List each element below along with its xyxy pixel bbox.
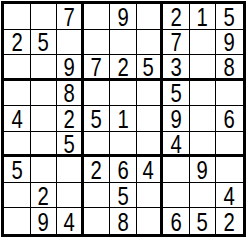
cell-r3c8[interactable]: [190, 55, 217, 81]
cell-r3c1[interactable]: [4, 55, 31, 81]
cell-r9c2[interactable]: 9: [31, 208, 58, 234]
cell-r6c3[interactable]: 5: [57, 132, 84, 158]
given-digit: 9: [170, 106, 181, 132]
cell-r2c1[interactable]: 2: [4, 30, 31, 56]
cell-r3c7[interactable]: 3: [163, 55, 190, 81]
cell-r2c2[interactable]: 5: [31, 30, 58, 56]
cell-r6c2[interactable]: [31, 132, 58, 158]
cell-r7c5[interactable]: 6: [110, 157, 137, 183]
given-digit: 2: [91, 157, 102, 183]
cell-r8c5[interactable]: 5: [110, 183, 137, 209]
cell-r9c7[interactable]: 6: [163, 208, 190, 234]
cell-r1c6[interactable]: [137, 4, 164, 30]
given-digit: 4: [11, 106, 22, 132]
given-digit: 2: [11, 30, 22, 56]
given-digit: 3: [170, 55, 181, 80]
given-digit: 5: [143, 55, 154, 80]
cell-r4c8[interactable]: [190, 81, 217, 107]
given-digit: 2: [63, 106, 74, 132]
given-digit: 6: [170, 208, 181, 234]
cell-r2c6[interactable]: [137, 30, 164, 56]
given-digit: 5: [11, 157, 22, 183]
given-digit: 7: [63, 4, 74, 30]
given-digit: 2: [117, 55, 128, 80]
cell-r7c7[interactable]: [163, 157, 190, 183]
given-digit: 5: [117, 183, 128, 209]
cell-r1c5[interactable]: 9: [110, 4, 137, 30]
cell-r4c4[interactable]: [84, 81, 111, 107]
cell-r3c3[interactable]: 9: [57, 55, 84, 81]
given-digit: 5: [91, 106, 102, 132]
cell-r8c4[interactable]: [84, 183, 111, 209]
given-digit: 4: [63, 208, 74, 234]
given-digit: 8: [224, 55, 235, 80]
cell-r3c2[interactable]: [31, 55, 58, 81]
given-digit: 1: [117, 106, 128, 132]
cell-r1c7[interactable]: 2: [163, 4, 190, 30]
cell-r8c1[interactable]: [4, 183, 31, 209]
cell-r8c9[interactable]: 4: [216, 183, 243, 209]
cell-r7c2[interactable]: [31, 157, 58, 183]
cell-r9c3[interactable]: 4: [57, 208, 84, 234]
given-digit: 7: [91, 55, 102, 80]
given-digit: 9: [224, 30, 235, 56]
cell-r1c2[interactable]: [31, 4, 58, 30]
cell-r1c1[interactable]: [4, 4, 31, 30]
given-digit: 9: [38, 208, 49, 234]
cell-r4c5[interactable]: [110, 81, 137, 107]
cell-r5c4[interactable]: 5: [84, 106, 111, 132]
cell-r4c1[interactable]: [4, 81, 31, 107]
given-digit: 6: [117, 157, 128, 183]
cell-r7c6[interactable]: 4: [137, 157, 164, 183]
cell-r3c9[interactable]: 8: [216, 55, 243, 81]
cell-r4c2[interactable]: [31, 81, 58, 107]
cell-r5c8[interactable]: [190, 106, 217, 132]
cell-r2c5[interactable]: [110, 30, 137, 56]
cell-r1c4[interactable]: [84, 4, 111, 30]
given-digit: 9: [63, 55, 74, 80]
given-digit: 9: [197, 157, 208, 183]
given-digit: 8: [117, 208, 128, 234]
cell-r2c4[interactable]: [84, 30, 111, 56]
cell-r5c1[interactable]: 4: [4, 106, 31, 132]
given-digit: 5: [197, 208, 208, 234]
cell-r5c7[interactable]: 9: [163, 106, 190, 132]
given-digit: 1: [197, 4, 208, 30]
given-digit: 5: [38, 30, 49, 56]
cell-r6c9[interactable]: [216, 132, 243, 158]
given-digit: 4: [224, 183, 235, 209]
cell-r8c3[interactable]: [57, 183, 84, 209]
cell-r5c3[interactable]: 2: [57, 106, 84, 132]
cell-r9c1[interactable]: [4, 208, 31, 234]
cell-r6c4[interactable]: [84, 132, 111, 158]
given-digit: 2: [38, 183, 49, 209]
given-digit: 4: [143, 157, 154, 183]
cell-r5c6[interactable]: [137, 106, 164, 132]
cell-r7c9[interactable]: [216, 157, 243, 183]
cell-r8c2[interactable]: 2: [31, 183, 58, 209]
cell-r7c8[interactable]: 9: [190, 157, 217, 183]
cell-r2c8[interactable]: [190, 30, 217, 56]
cell-r9c8[interactable]: 5: [190, 208, 217, 234]
sudoku-board: 792152579972538854251965452649254948652: [1, 1, 246, 237]
cell-r7c1[interactable]: 5: [4, 157, 31, 183]
cell-r1c9[interactable]: 5: [216, 4, 243, 30]
cell-r9c9[interactable]: 2: [216, 208, 243, 234]
cell-r9c5[interactable]: 8: [110, 208, 137, 234]
given-digit: 7: [170, 30, 181, 56]
cell-r7c4[interactable]: 2: [84, 157, 111, 183]
given-digit: 2: [224, 208, 235, 234]
given-digit: 5: [170, 81, 181, 107]
given-digit: 6: [224, 106, 235, 132]
cell-r1c8[interactable]: 1: [190, 4, 217, 30]
cell-r6c8[interactable]: [190, 132, 217, 158]
cell-r5c9[interactable]: 6: [216, 106, 243, 132]
given-digit: 8: [63, 81, 74, 107]
cell-r4c7[interactable]: 5: [163, 81, 190, 107]
cell-r4c3[interactable]: 8: [57, 81, 84, 107]
cell-r8c6[interactable]: [137, 183, 164, 209]
cell-r3c5[interactable]: 2: [110, 55, 137, 81]
given-digit: 2: [170, 4, 181, 30]
cell-r6c1[interactable]: [4, 132, 31, 158]
cell-r3c4[interactable]: 7: [84, 55, 111, 81]
cell-r9c4[interactable]: [84, 208, 111, 234]
cell-r5c2[interactable]: [31, 106, 58, 132]
cell-r1c3[interactable]: 7: [57, 4, 84, 30]
cell-r2c9[interactable]: 9: [216, 30, 243, 56]
cell-r6c5[interactable]: [110, 132, 137, 158]
cell-r6c7[interactable]: 4: [163, 132, 190, 158]
cell-r2c7[interactable]: 7: [163, 30, 190, 56]
given-digit: 5: [224, 4, 235, 30]
cell-r5c5[interactable]: 1: [110, 106, 137, 132]
cell-r8c7[interactable]: [163, 183, 190, 209]
cell-r4c6[interactable]: [137, 81, 164, 107]
cell-r6c6[interactable]: [137, 132, 164, 158]
given-digit: 9: [117, 4, 128, 30]
cell-r7c3[interactable]: [57, 157, 84, 183]
cell-r3c6[interactable]: 5: [137, 55, 164, 81]
given-digit: 5: [63, 132, 74, 157]
cell-r4c9[interactable]: [216, 81, 243, 107]
cell-r9c6[interactable]: [137, 208, 164, 234]
cell-r8c8[interactable]: [190, 183, 217, 209]
cell-r2c3[interactable]: [57, 30, 84, 56]
given-digit: 4: [170, 132, 181, 157]
